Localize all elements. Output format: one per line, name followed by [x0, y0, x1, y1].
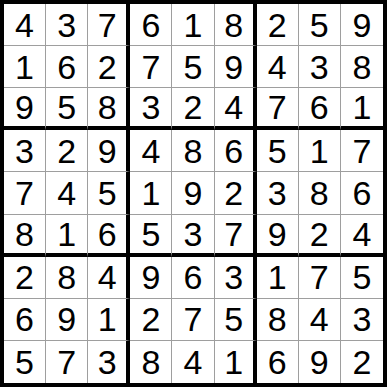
- sudoku-cell-r3c1[interactable]: 9: [4, 88, 46, 130]
- sudoku-cell-r3c2[interactable]: 5: [46, 88, 88, 130]
- sudoku-cell-r2c2[interactable]: 6: [46, 46, 88, 88]
- sudoku-cell-r6c1[interactable]: 8: [4, 215, 46, 257]
- sudoku-cell-r3c6[interactable]: 4: [215, 88, 257, 130]
- sudoku-cell-r9c6[interactable]: 1: [215, 341, 257, 383]
- sudoku-cell-r7c9[interactable]: 5: [341, 257, 383, 299]
- sudoku-cell-r3c8[interactable]: 6: [299, 88, 341, 130]
- sudoku-cell-r4c2[interactable]: 2: [46, 130, 88, 172]
- sudoku-cell-r3c5[interactable]: 2: [172, 88, 214, 130]
- sudoku-cell-r6c2[interactable]: 1: [46, 215, 88, 257]
- sudoku-cell-r9c4[interactable]: 8: [130, 341, 172, 383]
- sudoku-cell-r8c6[interactable]: 5: [215, 299, 257, 341]
- sudoku-cell-r7c7[interactable]: 1: [257, 257, 299, 299]
- sudoku-cell-r5c5[interactable]: 9: [172, 172, 214, 214]
- sudoku-cell-r6c9[interactable]: 4: [341, 215, 383, 257]
- sudoku-cell-r4c8[interactable]: 1: [299, 130, 341, 172]
- sudoku-cell-r5c7[interactable]: 3: [257, 172, 299, 214]
- sudoku-cell-r3c9[interactable]: 1: [341, 88, 383, 130]
- sudoku-cell-r1c4[interactable]: 6: [130, 4, 172, 46]
- sudoku-cell-r5c2[interactable]: 4: [46, 172, 88, 214]
- sudoku-cell-r5c4[interactable]: 1: [130, 172, 172, 214]
- sudoku-cell-r4c5[interactable]: 8: [172, 130, 214, 172]
- sudoku-cell-r2c3[interactable]: 2: [88, 46, 130, 88]
- sudoku-cell-r2c8[interactable]: 3: [299, 46, 341, 88]
- sudoku-cell-r7c5[interactable]: 6: [172, 257, 214, 299]
- sudoku-board: 4376182591627594389583247613294865177451…: [0, 0, 387, 387]
- sudoku-cell-r8c2[interactable]: 9: [46, 299, 88, 341]
- sudoku-cell-r6c8[interactable]: 2: [299, 215, 341, 257]
- sudoku-cell-r1c8[interactable]: 5: [299, 4, 341, 46]
- sudoku-cell-r1c1[interactable]: 4: [4, 4, 46, 46]
- sudoku-cell-r1c2[interactable]: 3: [46, 4, 88, 46]
- sudoku-cell-r5c1[interactable]: 7: [4, 172, 46, 214]
- sudoku-cell-r8c9[interactable]: 3: [341, 299, 383, 341]
- sudoku-cell-r9c5[interactable]: 4: [172, 341, 214, 383]
- sudoku-cell-r5c8[interactable]: 8: [299, 172, 341, 214]
- sudoku-cell-r5c6[interactable]: 2: [215, 172, 257, 214]
- sudoku-cell-r6c7[interactable]: 9: [257, 215, 299, 257]
- sudoku-cell-r8c1[interactable]: 6: [4, 299, 46, 341]
- sudoku-cell-r4c6[interactable]: 6: [215, 130, 257, 172]
- sudoku-cell-r7c6[interactable]: 3: [215, 257, 257, 299]
- sudoku-cell-r7c2[interactable]: 8: [46, 257, 88, 299]
- sudoku-cell-r2c7[interactable]: 4: [257, 46, 299, 88]
- sudoku-cell-r5c9[interactable]: 6: [341, 172, 383, 214]
- sudoku-cell-r8c3[interactable]: 1: [88, 299, 130, 341]
- sudoku-cell-r6c6[interactable]: 7: [215, 215, 257, 257]
- sudoku-cell-r1c6[interactable]: 8: [215, 4, 257, 46]
- sudoku-cell-r2c4[interactable]: 7: [130, 46, 172, 88]
- sudoku-cell-r9c7[interactable]: 6: [257, 341, 299, 383]
- sudoku-cell-r8c7[interactable]: 8: [257, 299, 299, 341]
- sudoku-cell-r5c3[interactable]: 5: [88, 172, 130, 214]
- sudoku-cell-r2c1[interactable]: 1: [4, 46, 46, 88]
- sudoku-cell-r8c5[interactable]: 7: [172, 299, 214, 341]
- sudoku-cell-r8c8[interactable]: 4: [299, 299, 341, 341]
- sudoku-cell-r8c4[interactable]: 2: [130, 299, 172, 341]
- sudoku-cell-r9c1[interactable]: 5: [4, 341, 46, 383]
- sudoku-cell-r9c3[interactable]: 3: [88, 341, 130, 383]
- sudoku-cell-r2c6[interactable]: 9: [215, 46, 257, 88]
- sudoku-cell-r4c3[interactable]: 9: [88, 130, 130, 172]
- sudoku-cell-r2c5[interactable]: 5: [172, 46, 214, 88]
- sudoku-cell-r7c3[interactable]: 4: [88, 257, 130, 299]
- sudoku-cell-r7c8[interactable]: 7: [299, 257, 341, 299]
- sudoku-cell-r2c9[interactable]: 8: [341, 46, 383, 88]
- sudoku-cell-r9c8[interactable]: 9: [299, 341, 341, 383]
- sudoku-cell-r6c4[interactable]: 5: [130, 215, 172, 257]
- sudoku-cell-r4c4[interactable]: 4: [130, 130, 172, 172]
- sudoku-cell-r6c3[interactable]: 6: [88, 215, 130, 257]
- sudoku-cell-r4c7[interactable]: 5: [257, 130, 299, 172]
- sudoku-cell-r1c3[interactable]: 7: [88, 4, 130, 46]
- sudoku-cell-r6c5[interactable]: 3: [172, 215, 214, 257]
- sudoku-cell-r3c4[interactable]: 3: [130, 88, 172, 130]
- sudoku-cell-r3c3[interactable]: 8: [88, 88, 130, 130]
- sudoku-cell-r9c9[interactable]: 2: [341, 341, 383, 383]
- sudoku-cell-r7c4[interactable]: 9: [130, 257, 172, 299]
- sudoku-cell-r1c7[interactable]: 2: [257, 4, 299, 46]
- sudoku-cell-r4c9[interactable]: 7: [341, 130, 383, 172]
- sudoku-cell-r7c1[interactable]: 2: [4, 257, 46, 299]
- sudoku-cell-r9c2[interactable]: 7: [46, 341, 88, 383]
- sudoku-cell-r1c5[interactable]: 1: [172, 4, 214, 46]
- sudoku-cell-r3c7[interactable]: 7: [257, 88, 299, 130]
- sudoku-cell-r1c9[interactable]: 9: [341, 4, 383, 46]
- sudoku-cell-r4c1[interactable]: 3: [4, 130, 46, 172]
